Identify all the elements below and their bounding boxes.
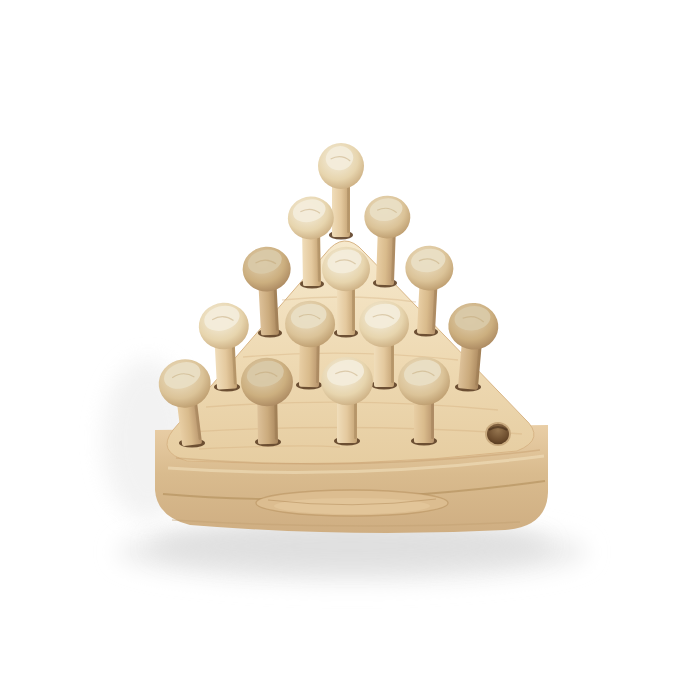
- finger-recess: [256, 490, 448, 516]
- board-svg: [0, 0, 700, 700]
- product-photo: [0, 0, 700, 700]
- empty-hole-15[interactable]: [485, 422, 511, 446]
